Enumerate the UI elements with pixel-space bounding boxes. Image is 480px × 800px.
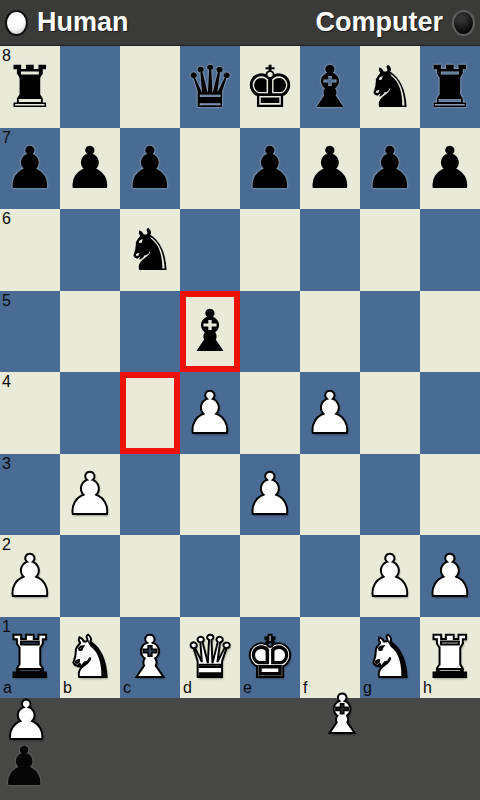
- square-d3[interactable]: [180, 454, 240, 536]
- file-label-f: f: [303, 680, 307, 696]
- square-f7[interactable]: ♟: [300, 128, 360, 210]
- square-b6[interactable]: [60, 209, 120, 291]
- rank-label-4: 4: [2, 374, 11, 390]
- white-queen-piece: ♛: [184, 628, 236, 686]
- square-d8[interactable]: ♛: [180, 46, 240, 128]
- square-e1[interactable]: e♚: [240, 617, 300, 699]
- chess-board: 8♜♛♚♝♞♜7♟♟♟♟♟♟♟6♞5♝4♟♟3♟♟2♟♟♟1a♜b♞c♝d♛e♚…: [0, 46, 480, 698]
- square-d6[interactable]: [180, 209, 240, 291]
- square-c2[interactable]: [120, 535, 180, 617]
- square-b5[interactable]: [60, 291, 120, 373]
- square-f2[interactable]: [300, 535, 360, 617]
- square-f5[interactable]: [300, 291, 360, 373]
- human-turn-indicator-icon: [5, 10, 28, 36]
- rank-label-1: 1: [2, 619, 11, 635]
- human-player: Human: [5, 9, 129, 36]
- square-a7[interactable]: 7♟: [0, 128, 60, 210]
- square-a8[interactable]: 8♜: [0, 46, 60, 128]
- black-rook-piece: ♜: [424, 58, 476, 116]
- square-h4[interactable]: [420, 372, 480, 454]
- white-pawn-piece: ♟: [424, 547, 476, 605]
- file-label-e: e: [243, 680, 252, 696]
- square-g6[interactable]: [360, 209, 420, 291]
- square-b2[interactable]: [60, 535, 120, 617]
- rank-label-7: 7: [2, 130, 11, 146]
- square-g4[interactable]: [360, 372, 420, 454]
- white-king-piece: ♚: [244, 628, 296, 686]
- white-pawn-piece: ♟: [64, 465, 116, 523]
- square-c5[interactable]: [120, 291, 180, 373]
- human-player-label: Human: [37, 9, 129, 36]
- white-pawn-piece: ♟: [4, 547, 56, 605]
- square-g7[interactable]: ♟: [360, 128, 420, 210]
- white-knight-piece: ♞: [364, 628, 416, 686]
- black-knight-piece: ♞: [364, 58, 416, 116]
- rank-label-5: 5: [2, 293, 11, 309]
- captured-white-pawn: ♟: [2, 694, 50, 748]
- square-f6[interactable]: [300, 209, 360, 291]
- square-f1[interactable]: f: [300, 617, 360, 699]
- square-c6[interactable]: ♞: [120, 209, 180, 291]
- square-g3[interactable]: [360, 454, 420, 536]
- black-queen-piece: ♛: [184, 58, 236, 116]
- square-d1[interactable]: d♛: [180, 617, 240, 699]
- square-f8[interactable]: ♝: [300, 46, 360, 128]
- square-e4[interactable]: [240, 372, 300, 454]
- black-bishop-piece: ♝: [184, 302, 236, 360]
- square-e2[interactable]: [240, 535, 300, 617]
- square-d7[interactable]: [180, 128, 240, 210]
- black-knight-piece: ♞: [124, 221, 176, 279]
- rank-label-6: 6: [2, 211, 11, 227]
- square-c4[interactable]: [120, 372, 180, 454]
- square-g5[interactable]: [360, 291, 420, 373]
- computer-player-label: Computer: [316, 9, 444, 36]
- white-pawn-piece: ♟: [244, 465, 296, 523]
- black-pawn-piece: ♟: [244, 139, 296, 197]
- white-pawn-piece: ♟: [364, 547, 416, 605]
- white-rook-piece: ♜: [4, 628, 56, 686]
- square-d2[interactable]: [180, 535, 240, 617]
- computer-player: Computer: [316, 9, 476, 36]
- square-h1[interactable]: h♜: [420, 617, 480, 699]
- white-pawn-piece: ♟: [184, 384, 236, 442]
- black-pawn-piece: ♟: [364, 139, 416, 197]
- square-h5[interactable]: [420, 291, 480, 373]
- black-pawn-piece: ♟: [4, 139, 56, 197]
- square-b4[interactable]: [60, 372, 120, 454]
- captured-black-pawn: ♟: [0, 740, 48, 794]
- square-b7[interactable]: ♟: [60, 128, 120, 210]
- square-d4[interactable]: ♟: [180, 372, 240, 454]
- black-pawn-piece: ♟: [304, 139, 356, 197]
- computer-turn-indicator-icon: [452, 10, 475, 36]
- square-f4[interactable]: ♟: [300, 372, 360, 454]
- black-pawn-piece: ♟: [124, 139, 176, 197]
- file-label-b: b: [63, 680, 72, 696]
- black-bishop-piece: ♝: [304, 58, 356, 116]
- square-b1[interactable]: b♞: [60, 617, 120, 699]
- square-c1[interactable]: c♝: [120, 617, 180, 699]
- square-d5[interactable]: ♝: [180, 291, 240, 373]
- white-knight-piece: ♞: [64, 628, 116, 686]
- rank-label-2: 2: [2, 537, 11, 553]
- white-bishop-piece: ♝: [124, 628, 176, 686]
- square-f3[interactable]: [300, 454, 360, 536]
- black-rook-piece: ♜: [4, 58, 56, 116]
- black-king-piece: ♚: [244, 58, 296, 116]
- square-h3[interactable]: [420, 454, 480, 536]
- square-e3[interactable]: ♟: [240, 454, 300, 536]
- square-a2[interactable]: 2♟: [0, 535, 60, 617]
- square-a1[interactable]: 1a♜: [0, 617, 60, 699]
- square-a4[interactable]: 4: [0, 372, 60, 454]
- square-g2[interactable]: ♟: [360, 535, 420, 617]
- black-pawn-piece: ♟: [424, 139, 476, 197]
- square-e7[interactable]: ♟: [240, 128, 300, 210]
- top-bar: Human Computer: [0, 0, 480, 46]
- square-e8[interactable]: ♚: [240, 46, 300, 128]
- square-c8[interactable]: [120, 46, 180, 128]
- white-rook-piece: ♜: [424, 628, 476, 686]
- square-h8[interactable]: ♜: [420, 46, 480, 128]
- square-b3[interactable]: ♟: [60, 454, 120, 536]
- square-g1[interactable]: g♞: [360, 617, 420, 699]
- file-label-c: c: [123, 680, 131, 696]
- black-pawn-piece: ♟: [64, 139, 116, 197]
- square-h2[interactable]: ♟: [420, 535, 480, 617]
- file-label-a: a: [3, 680, 12, 696]
- white-pawn-piece: ♟: [304, 384, 356, 442]
- square-a6[interactable]: 6: [0, 209, 60, 291]
- square-g8[interactable]: ♞: [360, 46, 420, 128]
- chess-app-screen: Human Computer 8♜♛♚♝♞♜7♟♟♟♟♟♟♟6♞5♝4♟♟3♟♟…: [0, 0, 480, 800]
- square-h7[interactable]: ♟: [420, 128, 480, 210]
- rank-label-8: 8: [2, 48, 11, 64]
- square-e6[interactable]: [240, 209, 300, 291]
- file-label-d: d: [183, 680, 192, 696]
- file-label-h: h: [423, 680, 432, 696]
- rank-label-3: 3: [2, 456, 11, 472]
- square-e5[interactable]: [240, 291, 300, 373]
- square-c7[interactable]: ♟: [120, 128, 180, 210]
- square-c3[interactable]: [120, 454, 180, 536]
- file-label-g: g: [363, 680, 372, 696]
- square-h6[interactable]: [420, 209, 480, 291]
- square-a5[interactable]: 5: [0, 291, 60, 373]
- square-a3[interactable]: 3: [0, 454, 60, 536]
- square-b8[interactable]: [60, 46, 120, 128]
